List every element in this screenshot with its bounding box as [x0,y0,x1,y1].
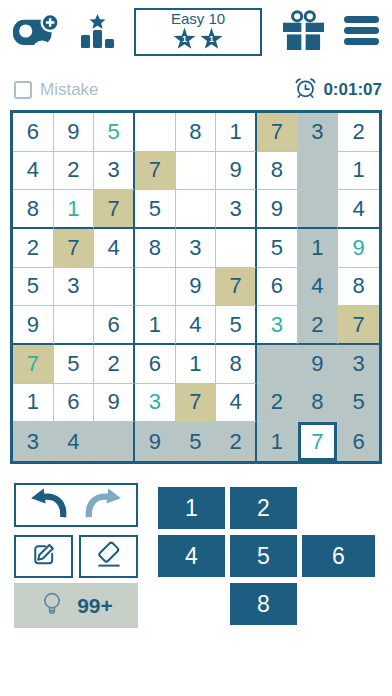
keypad-button-5[interactable]: 5 [230,535,297,577]
gift-icon [281,10,326,54]
cell-r2c1[interactable]: 4 [13,152,54,191]
cell-r3c2[interactable]: 1 [54,190,95,229]
cell-r1c2[interactable]: 9 [54,113,95,152]
cell-r7c3[interactable]: 2 [94,345,135,384]
cell-r6c8[interactable]: 2 [298,306,339,345]
keypad-button-6[interactable]: 6 [302,535,375,577]
cell-r5c2[interactable]: 3 [54,268,95,307]
cell-r4c3[interactable]: 4 [94,229,135,268]
cell-r7c8[interactable]: 9 [298,345,339,384]
cell-r2c3[interactable]: 3 [94,152,135,191]
timer: 0:01:07 [294,76,382,104]
cell-r6c3[interactable]: 6 [94,306,135,345]
cell-r6c9[interactable]: 7 [338,306,379,345]
gift-button[interactable] [281,10,326,54]
cell-r1c9[interactable]: 2 [338,113,379,152]
cell-r3c7[interactable]: 9 [257,190,298,229]
cell-r9c4[interactable]: 9 [135,422,176,461]
cell-r3c6[interactable]: 3 [216,190,257,229]
undo-button[interactable] [29,487,69,523]
cell-r7c1[interactable]: 7 [13,345,54,384]
hint-button[interactable]: 99+ [14,583,138,628]
cell-r5c4[interactable] [135,268,176,307]
cell-r7c2[interactable]: 5 [54,345,95,384]
cell-r1c1[interactable]: 6 [13,113,54,152]
star-icon: 1 [172,27,197,54]
mistake-label: Mistake [40,80,99,100]
cell-r2c6[interactable]: 9 [216,152,257,191]
keypad-button-1[interactable]: 1 [158,487,225,529]
cell-r6c6[interactable]: 5 [216,306,257,345]
level-badge[interactable]: Easy 10 1 1 [134,8,262,56]
cell-r5c1[interactable]: 5 [13,268,54,307]
cell-r2c7[interactable]: 8 [257,152,298,191]
cell-r1c7[interactable]: 7 [257,113,298,152]
cell-r1c4[interactable] [135,113,176,152]
cell-r7c7[interactable] [257,345,298,384]
cell-r8c8[interactable]: 8 [298,384,339,423]
sudoku-board: 6958173242379818175394274835195397648961… [10,110,382,464]
star-icon: 1 [199,27,224,54]
cell-r4c1[interactable]: 2 [13,229,54,268]
keypad-button-4[interactable]: 4 [158,535,225,577]
keypad-button-2[interactable]: 2 [230,487,297,529]
cell-r5c8[interactable]: 4 [298,268,339,307]
cell-r7c5[interactable]: 1 [176,345,217,384]
timer-value: 0:01:07 [323,80,382,100]
sudoku-app: Easy 10 1 1 [0,0,392,696]
cell-r9c3[interactable] [94,422,135,461]
gamepad-plus-icon [13,13,60,52]
leaderboard-star-icon [79,14,116,51]
cell-r2c2[interactable]: 2 [54,152,95,191]
cell-r8c1[interactable]: 1 [13,384,54,423]
mistake-checkbox[interactable] [14,81,32,99]
cell-r1c3[interactable]: 5 [94,113,135,152]
lightbulb-icon [39,590,65,621]
cell-r3c8[interactable] [298,190,339,229]
redo-arrow-icon [83,487,123,523]
cell-r5c7[interactable]: 6 [257,268,298,307]
cell-r1c8[interactable]: 3 [298,113,339,152]
menu-button[interactable] [344,16,379,48]
cell-r8c3[interactable]: 9 [94,384,135,423]
cell-r9c7[interactable]: 1 [257,422,298,461]
status-row: Mistake 0:01:07 [14,78,382,102]
mistake-control: Mistake [14,80,99,100]
cell-r4c4[interactable]: 8 [135,229,176,268]
cell-r7c4[interactable]: 6 [135,345,176,384]
cell-r5c6[interactable]: 7 [216,268,257,307]
cell-r1c5[interactable]: 8 [176,113,217,152]
cell-r2c8[interactable] [298,152,339,191]
cell-r9c1[interactable]: 3 [13,422,54,461]
cell-r5c9[interactable]: 8 [338,268,379,307]
alarm-clock-icon [294,76,317,104]
cell-r7c6[interactable]: 8 [216,345,257,384]
keypad-button-8[interactable]: 8 [230,583,297,625]
erase-button[interactable] [79,535,138,578]
pencil-icon [30,541,58,572]
cell-r6c4[interactable]: 1 [135,306,176,345]
svg-text:1: 1 [182,34,187,44]
cell-r9c8[interactable]: 7 [298,422,339,461]
undo-arrow-icon [29,487,69,523]
cell-r2c9[interactable]: 1 [338,152,379,191]
hint-count: 99+ [77,594,113,618]
cell-r8c4[interactable]: 3 [135,384,176,423]
cell-r9c5[interactable]: 5 [176,422,217,461]
cell-r9c6[interactable]: 2 [216,422,257,461]
cell-r4c6[interactable] [216,229,257,268]
redo-button[interactable] [83,487,123,523]
cell-r7c9[interactable]: 3 [338,345,379,384]
new-game-button[interactable] [13,13,60,52]
cell-r8c9[interactable]: 5 [338,384,379,423]
level-stars: 1 1 [172,27,224,54]
cell-r4c9[interactable]: 9 [338,229,379,268]
cell-r3c5[interactable] [176,190,217,229]
notes-button[interactable] [14,535,73,578]
cell-r6c1[interactable]: 9 [13,306,54,345]
cell-r5c3[interactable] [94,268,135,307]
leaderboard-button[interactable] [79,14,116,51]
undo-redo-panel [14,483,138,527]
level-label: Easy 10 [171,11,225,27]
cell-r1c6[interactable]: 1 [216,113,257,152]
cell-r8c5[interactable]: 7 [176,384,217,423]
top-bar: Easy 10 1 1 [0,6,392,58]
number-keypad: 124568 [158,487,375,625]
cell-r8c2[interactable]: 6 [54,384,95,423]
cell-r6c2[interactable] [54,306,95,345]
eraser-icon [94,540,124,573]
cell-r3c3[interactable]: 7 [94,190,135,229]
cell-r5c5[interactable]: 9 [176,268,217,307]
cell-r8c6[interactable]: 4 [216,384,257,423]
cell-r2c5[interactable] [176,152,217,191]
svg-text:1: 1 [209,34,214,44]
cell-r4c2[interactable]: 7 [54,229,95,268]
cell-r6c5[interactable]: 4 [176,306,217,345]
hamburger-menu-icon [344,16,379,48]
cell-r9c2[interactable]: 4 [54,422,95,461]
cell-r6c7[interactable]: 3 [257,306,298,345]
cell-r4c5[interactable]: 3 [176,229,217,268]
cell-r3c4[interactable]: 5 [135,190,176,229]
cell-r8c7[interactable]: 2 [257,384,298,423]
cell-r3c9[interactable]: 4 [338,190,379,229]
cell-r3c1[interactable]: 8 [13,190,54,229]
cell-r4c7[interactable]: 5 [257,229,298,268]
cell-r4c8[interactable]: 1 [298,229,339,268]
cell-r2c4[interactable]: 7 [135,152,176,191]
cell-r9c9[interactable]: 6 [338,422,379,461]
